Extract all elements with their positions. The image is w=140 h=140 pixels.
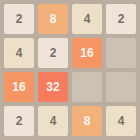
tile-2-r1c1: 2 (4, 4, 34, 34)
tile-4-r4c4: 4 (106, 106, 136, 136)
tile-4-r4c2: 4 (38, 106, 68, 136)
tile-32-r3c2: 32 (38, 72, 68, 102)
empty-cell-r3c3 (72, 72, 102, 102)
tile-16-r3c1: 16 (4, 72, 34, 102)
tile-16-r2c3: 16 (72, 38, 102, 68)
tile-4-r1c3: 4 (72, 4, 102, 34)
empty-cell-r2c4 (106, 38, 136, 68)
tile-4-r2c1: 4 (4, 38, 34, 68)
tile-2-r4c1: 2 (4, 106, 34, 136)
tile-8-r4c3: 8 (72, 106, 102, 136)
empty-cell-r3c4 (106, 72, 136, 102)
2048-board[interactable]: 2842421616322484 (0, 0, 140, 140)
tile-2-r2c2: 2 (38, 38, 68, 68)
tile-2-r1c4: 2 (106, 4, 136, 34)
tile-8-r1c2: 8 (38, 4, 68, 34)
